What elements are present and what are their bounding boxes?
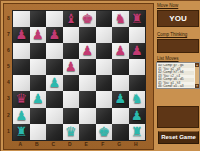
move-list-row: 46: Comp: a5 - a3 [158, 85, 194, 87]
piece-you-pawn-a2[interactable]: ♟ [13, 108, 30, 124]
square-b3[interactable]: ♟ [30, 91, 47, 107]
square-c7[interactable]: ♟ [46, 27, 63, 43]
square-e8[interactable]: ♚ [79, 11, 96, 27]
square-d3[interactable] [63, 91, 80, 107]
piece-comp-bishop-d8[interactable]: ♝ [63, 11, 80, 27]
square-e3[interactable] [79, 91, 96, 107]
board-frame: 87654321 ♝♚♞♜♟♟♟♟♟♟♟♟♛♟♟♞♟♟♜♛♚♜ ABCDEFGH [3, 3, 154, 150]
square-g3[interactable]: ♟ [112, 91, 129, 107]
square-c3[interactable] [46, 91, 63, 107]
square-h3[interactable]: ♞ [129, 91, 146, 107]
rank-label-7: 7 [5, 26, 12, 42]
piece-you-rook-h1[interactable]: ♜ [129, 124, 146, 140]
square-g4[interactable] [112, 75, 129, 91]
square-f4[interactable] [96, 75, 113, 91]
piece-comp-pawn-d5[interactable]: ♟ [63, 59, 80, 75]
square-c5[interactable] [46, 59, 63, 75]
file-label-d: D [62, 140, 79, 149]
piece-comp-pawn-a7[interactable]: ♟ [13, 27, 30, 43]
square-b5[interactable] [30, 59, 47, 75]
piece-comp-queen-a3[interactable]: ♛ [13, 91, 30, 107]
square-e6[interactable]: ♟ [79, 43, 96, 59]
chess-app: { "game": "chess", "position": "3bk1nr/p… [0, 0, 200, 151]
square-h7[interactable] [129, 27, 146, 43]
piece-you-rook-a1[interactable]: ♜ [13, 124, 30, 140]
square-a2[interactable]: ♟ [13, 108, 30, 124]
rank-label-1: 1 [5, 123, 12, 139]
file-labels: ABCDEFGH [12, 140, 144, 149]
square-b2[interactable] [30, 108, 47, 124]
rank-label-6: 6 [5, 42, 12, 58]
square-h4[interactable] [129, 75, 146, 91]
square-d5[interactable]: ♟ [63, 59, 80, 75]
rank-label-8: 8 [5, 10, 12, 26]
status-box [157, 106, 199, 128]
piece-comp-rook-h8[interactable]: ♜ [129, 11, 146, 27]
square-f1[interactable]: ♚ [96, 124, 113, 140]
side-panel: Move Now YOU Comp Thinking List Moves 40… [156, 1, 200, 151]
reset-game-button[interactable]: Reset Game [158, 131, 199, 144]
square-b1[interactable] [30, 124, 47, 140]
square-h8[interactable]: ♜ [129, 11, 146, 27]
square-d2[interactable] [63, 108, 80, 124]
piece-you-pawn-g3[interactable]: ♟ [112, 91, 129, 107]
scroll-up-icon[interactable]: ▲ [195, 63, 199, 67]
square-f7[interactable] [96, 27, 113, 43]
file-label-c: C [45, 140, 62, 149]
rank-label-4: 4 [5, 74, 12, 90]
rank-label-5: 5 [5, 58, 12, 74]
square-b7[interactable]: ♟ [30, 27, 47, 43]
square-e1[interactable] [79, 124, 96, 140]
square-g2[interactable] [112, 108, 129, 124]
square-b8[interactable] [30, 11, 47, 27]
comp-output-box [157, 39, 199, 53]
square-a8[interactable] [13, 11, 30, 27]
square-d6[interactable] [63, 43, 80, 59]
square-b6[interactable] [30, 43, 47, 59]
square-h2[interactable]: ♟ [129, 108, 146, 124]
square-a1[interactable]: ♜ [13, 124, 30, 140]
piece-you-queen-d1[interactable]: ♛ [63, 124, 80, 140]
square-a6[interactable] [13, 43, 30, 59]
square-e2[interactable] [79, 108, 96, 124]
piece-you-king-f1[interactable]: ♚ [96, 124, 113, 140]
piece-comp-king-e8[interactable]: ♚ [79, 11, 96, 27]
comp-thinking-label: Comp Thinking [157, 32, 187, 38]
square-h1[interactable]: ♜ [129, 124, 146, 140]
move-now-label: Move Now [157, 3, 178, 9]
piece-comp-knight-g8[interactable]: ♞ [112, 11, 129, 27]
square-c8[interactable] [46, 11, 63, 27]
piece-comp-pawn-c7[interactable]: ♟ [46, 27, 63, 43]
file-label-a: A [12, 140, 29, 149]
square-d7[interactable] [63, 27, 80, 43]
square-f3[interactable] [96, 91, 113, 107]
file-label-e: E [78, 140, 95, 149]
square-e7[interactable] [79, 27, 96, 43]
chess-board: ♝♚♞♜♟♟♟♟♟♟♟♟♛♟♟♞♟♟♜♛♚♜ [12, 10, 146, 141]
square-f8[interactable] [96, 11, 113, 27]
file-label-f: F [95, 140, 112, 149]
square-a3[interactable]: ♛ [13, 91, 30, 107]
square-d1[interactable]: ♛ [63, 124, 80, 140]
piece-comp-pawn-b7[interactable]: ♟ [30, 27, 47, 43]
piece-comp-pawn-g6[interactable]: ♟ [112, 43, 129, 59]
piece-comp-pawn-e6[interactable]: ♟ [79, 43, 96, 59]
player-box: YOU [157, 10, 199, 27]
square-f2[interactable] [96, 108, 113, 124]
square-c6[interactable] [46, 43, 63, 59]
square-g1[interactable] [112, 124, 129, 140]
square-c4[interactable]: ♟ [46, 75, 63, 91]
square-f6[interactable] [96, 43, 113, 59]
square-g5[interactable] [112, 59, 129, 75]
square-b4[interactable] [30, 75, 47, 91]
square-f5[interactable] [96, 59, 113, 75]
file-label-g: G [111, 140, 128, 149]
square-d8[interactable]: ♝ [63, 11, 80, 27]
square-g6[interactable]: ♟ [112, 43, 129, 59]
square-d4[interactable] [63, 75, 80, 91]
move-list-rows: 40: Comp: g7 - g641: You: g2 - g342: Com… [158, 64, 194, 87]
piece-you-pawn-b3[interactable]: ♟ [30, 91, 47, 107]
square-g8[interactable]: ♞ [112, 11, 129, 27]
piece-you-pawn-h2[interactable]: ♟ [129, 108, 146, 124]
square-a5[interactable] [13, 59, 30, 75]
square-a7[interactable]: ♟ [13, 27, 30, 43]
piece-you-knight-h3[interactable]: ♞ [129, 91, 146, 107]
file-label-b: B [29, 140, 46, 149]
rank-label-3: 3 [5, 90, 12, 106]
file-label-h: H [128, 140, 145, 149]
square-c1[interactable] [46, 124, 63, 140]
rank-label-2: 2 [5, 107, 12, 123]
square-h6[interactable]: ♟ [129, 43, 146, 59]
square-c2[interactable] [46, 108, 63, 124]
square-a4[interactable] [13, 75, 30, 91]
piece-you-pawn-c4[interactable]: ♟ [46, 75, 63, 91]
piece-comp-pawn-h6[interactable]: ♟ [129, 43, 146, 59]
move-list-scrollbar[interactable]: ▲ ▼ [195, 63, 199, 88]
square-g7[interactable] [112, 27, 129, 43]
square-e5[interactable] [79, 59, 96, 75]
rank-labels: 87654321 [5, 10, 12, 139]
square-h5[interactable] [129, 59, 146, 75]
square-e4[interactable] [79, 75, 96, 91]
scroll-down-icon[interactable]: ▼ [195, 84, 199, 88]
move-list[interactable]: 40: Comp: g7 - g641: You: g2 - g342: Com… [156, 62, 200, 89]
